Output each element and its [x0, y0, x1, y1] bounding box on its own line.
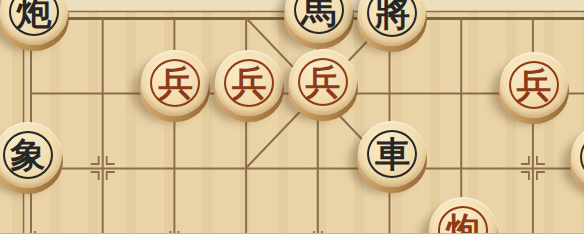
- intersection-file4-rank0[interactable]: 馬: [282, 0, 354, 56]
- piece-glyph: 車: [375, 136, 410, 171]
- piece-glyph: 兵: [516, 67, 551, 102]
- black-chariot-piece[interactable]: 車: [358, 123, 426, 191]
- intersection-file7-rank1[interactable]: 兵: [497, 56, 569, 131]
- intersection-file6-rank1[interactable]: [425, 56, 497, 131]
- intersection-file1-rank3[interactable]: [67, 206, 139, 234]
- intersection-file5-rank2[interactable]: 車: [354, 131, 426, 206]
- intersection-file1-rank0[interactable]: [67, 0, 139, 56]
- piece-wood-face: 兵: [500, 52, 568, 118]
- intersection-file8-rank1[interactable]: [569, 56, 584, 131]
- intersection-file6-rank2[interactable]: [425, 131, 497, 206]
- piece-glyph: 炮: [446, 212, 481, 234]
- piece-ring: 兵: [509, 61, 559, 109]
- intersection-file0-rank0[interactable]: 炮: [0, 0, 67, 56]
- intersection-file3-rank2[interactable]: [210, 131, 282, 206]
- xiangqi-board: 炮馬將兵兵兵兵象車炮: [0, 0, 584, 233]
- piece-ring: 將: [367, 0, 417, 37]
- intersection-file8-rank3[interactable]: [569, 206, 584, 234]
- piece-ring: 兵: [224, 59, 274, 107]
- intersection-file8-rank2[interactable]: [569, 131, 584, 206]
- piece-ring: 車: [367, 130, 417, 178]
- intersection-file7-rank0[interactable]: [497, 0, 569, 56]
- intersection-file4-rank2[interactable]: [282, 131, 354, 206]
- black-elephant-piece[interactable]: 象: [0, 124, 62, 192]
- piece-glyph: 將: [375, 0, 410, 30]
- red-soldier-3-piece[interactable]: 兵: [289, 51, 357, 119]
- intersection-file5-rank3[interactable]: [354, 206, 426, 234]
- piece-ring: [580, 133, 584, 181]
- intersection-file2-rank2[interactable]: [139, 131, 211, 206]
- intersection-file1-rank2[interactable]: [67, 131, 139, 206]
- intersection-file1-rank1[interactable]: [67, 56, 139, 131]
- intersection-file2-rank3[interactable]: [139, 206, 211, 234]
- piece-ring: 炮: [438, 206, 488, 233]
- red-soldier-1-piece[interactable]: 兵: [141, 52, 209, 120]
- piece-wood-face: 車: [358, 121, 426, 187]
- piece-ring: 兵: [298, 58, 348, 106]
- piece-glyph: 馬: [301, 0, 336, 27]
- piece-wood-face: 炮: [429, 197, 497, 233]
- piece-wood-face: 兵: [215, 50, 283, 116]
- red-cannon-piece[interactable]: 炮: [429, 199, 497, 233]
- board-intersections: 炮馬將兵兵兵兵象車炮: [0, 0, 584, 233]
- intersection-file6-rank0[interactable]: [425, 0, 497, 56]
- piece-wood-face: 兵: [141, 50, 209, 116]
- intersection-file5-rank1[interactable]: [354, 56, 426, 131]
- black-horse-piece[interactable]: 馬: [285, 0, 353, 47]
- red-soldier-2-piece[interactable]: 兵: [215, 52, 283, 120]
- intersection-file2-rank1[interactable]: 兵: [139, 56, 211, 131]
- intersection-file5-rank0[interactable]: 將: [354, 0, 426, 56]
- piece-wood-face: 兵: [289, 49, 357, 115]
- intersection-file7-rank3[interactable]: [497, 206, 569, 234]
- intersection-file4-rank3[interactable]: [282, 206, 354, 234]
- piece-ring: 馬: [294, 0, 344, 34]
- piece-ring: 炮: [9, 0, 59, 36]
- intersection-file0-rank2[interactable]: 象: [0, 131, 67, 206]
- intersection-file7-rank2[interactable]: [497, 131, 569, 206]
- intersection-file0-rank1[interactable]: [0, 56, 67, 131]
- black-general-piece[interactable]: 將: [358, 0, 426, 50]
- black-cannon-piece[interactable]: 炮: [0, 0, 68, 49]
- intersection-file6-rank3[interactable]: 炮: [425, 206, 497, 234]
- piece-ring: 兵: [150, 59, 200, 107]
- intersection-file4-rank1[interactable]: 兵: [282, 56, 354, 131]
- intersection-file3-rank3[interactable]: [210, 206, 282, 234]
- piece-glyph: 炮: [17, 0, 52, 29]
- red-soldier-4-piece[interactable]: 兵: [500, 54, 568, 122]
- intersection-file2-rank0[interactable]: [139, 0, 211, 56]
- intersection-file3-rank0[interactable]: [210, 0, 282, 56]
- piece-glyph: 象: [11, 137, 46, 172]
- intersection-file8-rank0[interactable]: [569, 0, 584, 56]
- piece-glyph: 兵: [232, 65, 267, 100]
- intersection-file3-rank1[interactable]: 兵: [210, 56, 282, 131]
- unknown-piece-cropped-piece[interactable]: [571, 126, 584, 194]
- piece-glyph: 兵: [158, 65, 193, 100]
- piece-ring: 象: [3, 131, 53, 179]
- piece-glyph: 兵: [305, 64, 340, 99]
- intersection-file0-rank3[interactable]: [0, 206, 67, 234]
